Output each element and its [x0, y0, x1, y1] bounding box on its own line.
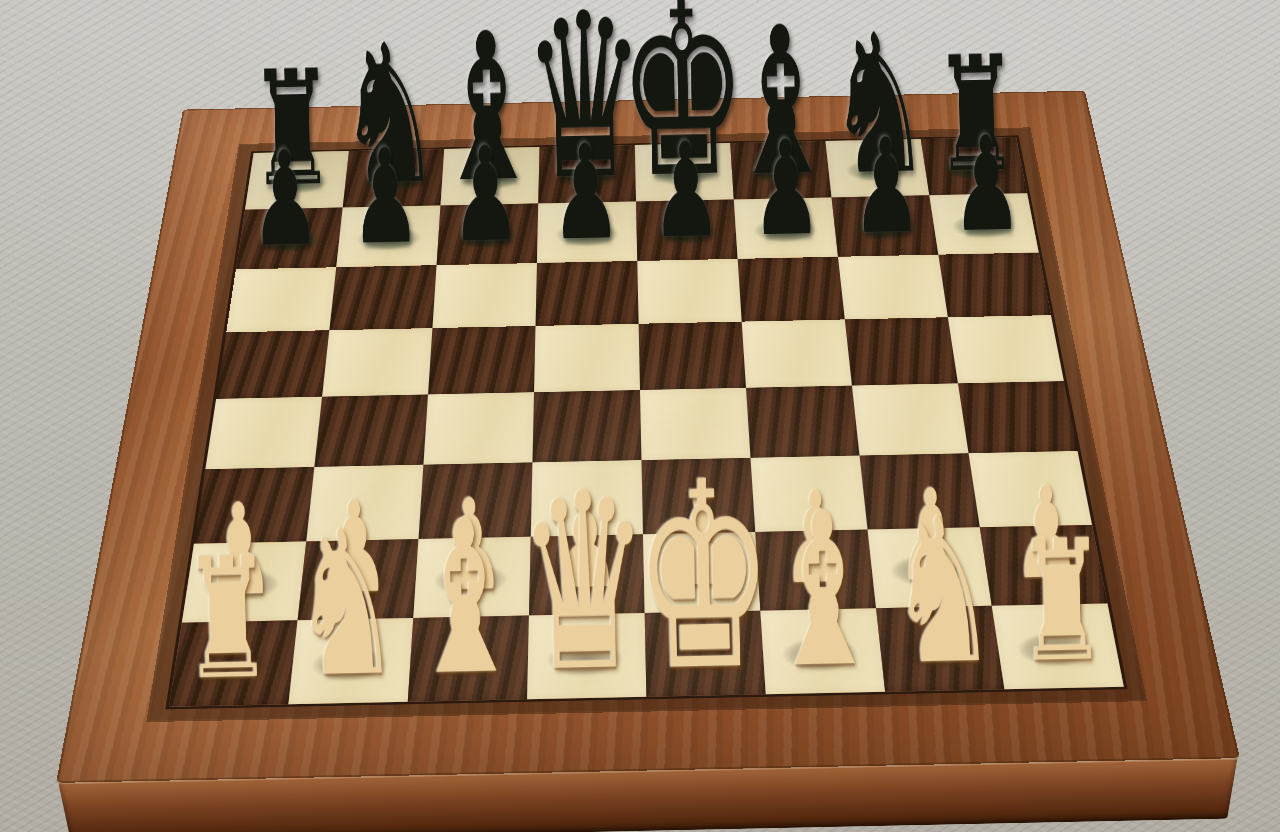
square-b5[interactable] — [322, 328, 432, 397]
chess-board: ♜♞♝♛♚♝♞♜♟♟♟♟♟♟♟♟♟♟♟♟♟♟♟♟♜♞♝♛♚♝♞♜ — [56, 91, 1240, 783]
square-h6[interactable] — [938, 253, 1051, 318]
board-front-edge — [58, 758, 1237, 832]
white-king[interactable]: ♚ — [593, 445, 814, 707]
square-h5[interactable] — [948, 315, 1064, 383]
square-c5[interactable] — [428, 326, 535, 395]
black-pawn[interactable]: ♟ — [895, 118, 1078, 252]
square-g4[interactable] — [852, 383, 969, 455]
square-b4[interactable] — [314, 394, 428, 466]
chessboard-grid: ♜♞♝♛♚♝♞♜♟♟♟♟♟♟♟♟♟♟♟♟♟♟♟♟♜♞♝♛♚♝♞♜ — [169, 137, 1124, 707]
square-a4[interactable] — [205, 397, 322, 470]
square-h7[interactable]: ♟ — [929, 193, 1038, 254]
square-a5[interactable] — [216, 330, 329, 399]
square-g5[interactable] — [845, 317, 958, 385]
square-d5[interactable] — [534, 324, 640, 392]
square-g6[interactable] — [838, 255, 948, 320]
square-b6[interactable] — [329, 265, 436, 330]
square-a6[interactable] — [226, 267, 336, 332]
square-f6[interactable] — [738, 257, 845, 322]
square-d6[interactable] — [536, 261, 639, 326]
square-c6[interactable] — [432, 263, 537, 328]
square-h4[interactable] — [958, 381, 1078, 453]
square-e6[interactable] — [637, 259, 741, 324]
square-e1[interactable]: ♚ — [645, 611, 766, 697]
square-e5[interactable] — [639, 322, 746, 390]
scene: ♜♞♝♛♚♝♞♜♟♟♟♟♟♟♟♟♟♟♟♟♟♟♟♟♜♞♝♛♚♝♞♜ — [0, 0, 1280, 832]
square-f5[interactable] — [742, 319, 852, 387]
